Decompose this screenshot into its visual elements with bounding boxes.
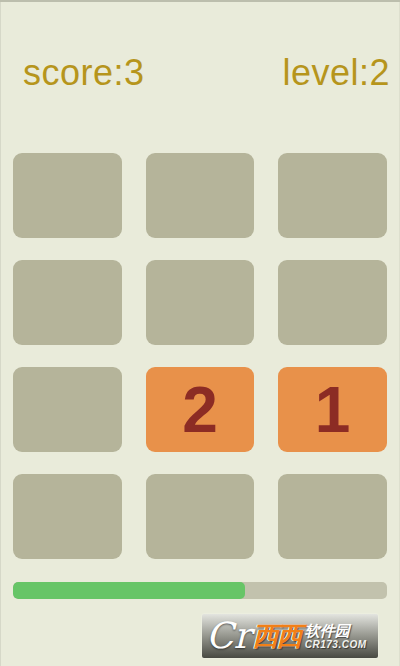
empty-cell (278, 260, 387, 345)
level-progress-fill (13, 582, 245, 599)
level-display: level:2 (282, 52, 390, 94)
watermark-right-block: 软件园 CR173.COM (305, 623, 367, 650)
watermark-site-name: 西西 (253, 623, 301, 649)
game-screen: score:3 level:2 21 Cr 西西 软件园 CR173.COM (0, 0, 400, 666)
empty-cell (146, 474, 255, 559)
empty-cell (13, 474, 122, 559)
tile-1[interactable]: 1 (278, 367, 387, 452)
watermark-site-url: CR173.COM (305, 640, 367, 650)
empty-cell (278, 474, 387, 559)
empty-cell (13, 153, 122, 238)
empty-cell (146, 153, 255, 238)
watermark-site-suffix: 软件园 (305, 623, 350, 638)
empty-cell (146, 260, 255, 345)
game-board[interactable]: 21 (13, 153, 387, 559)
header: score:3 level:2 (0, 52, 400, 94)
level-progress-bar (13, 582, 387, 599)
cr-monogram-icon: Cr (206, 618, 251, 654)
watermark-logo: Cr 西西 软件园 CR173.COM (202, 614, 378, 658)
empty-cell (13, 367, 122, 452)
empty-cell (13, 260, 122, 345)
score-display: score:3 (23, 52, 145, 94)
empty-cell (278, 153, 387, 238)
tile-2[interactable]: 2 (146, 367, 255, 452)
